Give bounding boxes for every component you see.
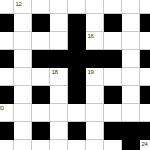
block-cell-r5c2 — [32, 86, 50, 104]
letter-cell-r4c6[interactable] — [104, 68, 122, 86]
letter-cell-r0c3[interactable] — [50, 0, 68, 14]
letter-cell-r8c6[interactable] — [104, 140, 122, 150]
letter-cell-r5c5[interactable] — [86, 86, 104, 104]
block-cell-r7c4 — [68, 122, 86, 140]
block-cell-r5c0 — [0, 86, 14, 104]
letter-cell-r2c0[interactable] — [0, 32, 14, 50]
letter-cell-r2c2[interactable] — [32, 32, 50, 50]
letter-cell-r5c1[interactable] — [14, 86, 32, 104]
crossword-board: 121618192024 — [0, 0, 150, 150]
clue-number-19: 19 — [88, 69, 94, 75]
block-cell-r3c2 — [32, 50, 50, 68]
block-cell-r8c7 — [122, 140, 140, 150]
letter-cell-r0c5[interactable] — [86, 0, 104, 14]
block-cell-r1c8 — [140, 14, 150, 32]
block-cell-r5c8 — [140, 86, 150, 104]
letter-cell-r0c7[interactable] — [122, 0, 140, 14]
block-cell-r3c0 — [0, 50, 14, 68]
letter-cell-r8c0[interactable] — [0, 140, 14, 150]
letter-cell-r6c7[interactable] — [122, 104, 140, 122]
block-cell-r7c6 — [104, 122, 122, 140]
block-cell-r5c4 — [68, 86, 86, 104]
letter-cell-r0c2[interactable] — [32, 0, 50, 14]
block-cell-r3c6 — [104, 50, 122, 68]
letter-cell-r0c4[interactable] — [68, 0, 86, 14]
block-cell-r3c3 — [50, 50, 68, 68]
letter-cell-r2c6[interactable] — [104, 32, 122, 50]
block-cell-r5c6 — [104, 86, 122, 104]
letter-cell-r4c5[interactable]: 19 — [86, 68, 104, 86]
letter-cell-r6c8[interactable] — [140, 104, 150, 122]
letter-cell-r1c3[interactable] — [50, 14, 68, 32]
letter-cell-r8c4[interactable] — [68, 140, 86, 150]
letter-cell-r4c7[interactable] — [122, 68, 140, 86]
block-cell-r1c4 — [68, 14, 86, 32]
letter-cell-r6c4[interactable] — [68, 104, 86, 122]
letter-cell-r2c8[interactable] — [140, 32, 150, 50]
letter-cell-r1c7[interactable] — [122, 14, 140, 32]
block-cell-r3c5 — [86, 50, 104, 68]
letter-cell-r6c1[interactable] — [14, 104, 32, 122]
letter-cell-r4c8[interactable] — [140, 68, 150, 86]
letter-cell-r6c5[interactable] — [86, 104, 104, 122]
letter-cell-r0c0[interactable] — [0, 0, 14, 14]
clue-number-16: 16 — [88, 33, 94, 39]
letter-cell-r8c2[interactable] — [32, 140, 50, 150]
clue-number-24: 24 — [142, 141, 148, 147]
letter-cell-r2c1[interactable] — [14, 32, 32, 50]
letter-cell-r3c1[interactable] — [14, 50, 32, 68]
clue-number-18: 18 — [52, 69, 58, 75]
letter-cell-r2c7[interactable] — [122, 32, 140, 50]
letter-cell-r7c5[interactable] — [86, 122, 104, 140]
letter-cell-r4c3[interactable]: 18 — [50, 68, 68, 86]
letter-cell-r1c1[interactable] — [14, 14, 32, 32]
letter-cell-r5c7[interactable] — [122, 86, 140, 104]
clue-number-20: 20 — [0, 105, 4, 111]
block-cell-r2c4 — [68, 32, 86, 50]
letter-cell-r8c8[interactable]: 24 — [140, 140, 150, 150]
letter-cell-r8c1[interactable] — [14, 140, 32, 150]
clue-number-12: 12 — [16, 1, 22, 7]
block-cell-r3c8 — [140, 50, 150, 68]
letter-cell-r2c5[interactable]: 16 — [86, 32, 104, 50]
letter-cell-r0c8[interactable] — [140, 0, 150, 14]
crossword-grid: 121618192024 — [0, 0, 150, 150]
block-cell-r7c8 — [140, 122, 150, 140]
block-cell-r7c0 — [0, 122, 14, 140]
letter-cell-r4c0[interactable] — [0, 68, 14, 86]
letter-cell-r6c0[interactable]: 20 — [0, 104, 14, 122]
letter-cell-r7c3[interactable] — [50, 122, 68, 140]
letter-cell-r1c5[interactable] — [86, 14, 104, 32]
block-cell-r1c0 — [0, 14, 14, 32]
letter-cell-r6c2[interactable] — [32, 104, 50, 122]
letter-cell-r5c3[interactable] — [50, 86, 68, 104]
letter-cell-r2c3[interactable] — [50, 32, 68, 50]
letter-cell-r0c1[interactable]: 12 — [14, 0, 32, 14]
letter-cell-r7c1[interactable] — [14, 122, 32, 140]
block-cell-r7c7 — [122, 122, 140, 140]
block-cell-r1c6 — [104, 14, 122, 32]
block-cell-r7c2 — [32, 122, 50, 140]
block-cell-r4c4 — [68, 68, 86, 86]
letter-cell-r0c6[interactable] — [104, 0, 122, 14]
block-cell-r3c4 — [68, 50, 86, 68]
letter-cell-r4c1[interactable] — [14, 68, 32, 86]
letter-cell-r8c5[interactable] — [86, 140, 104, 150]
letter-cell-r3c7[interactable] — [122, 50, 140, 68]
letter-cell-r6c3[interactable] — [50, 104, 68, 122]
block-cell-r1c2 — [32, 14, 50, 32]
letter-cell-r8c3[interactable] — [50, 140, 68, 150]
letter-cell-r6c6[interactable] — [104, 104, 122, 122]
letter-cell-r4c2[interactable] — [32, 68, 50, 86]
